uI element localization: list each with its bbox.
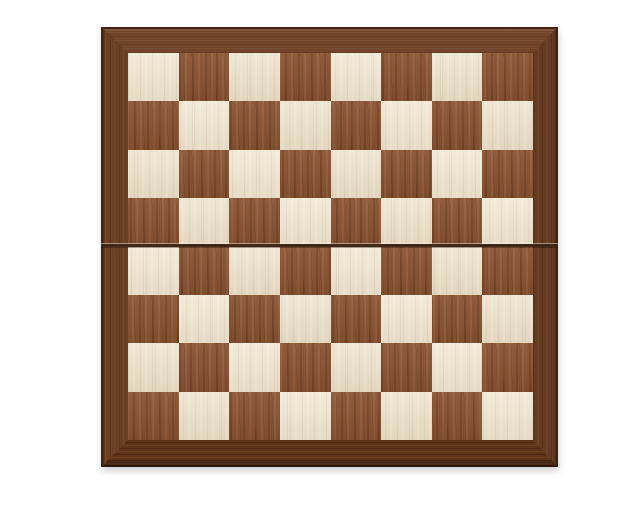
square-h5[interactable] [482,198,533,246]
square-b4[interactable] [179,247,230,295]
square-h1[interactable] [482,392,533,440]
board-squares [128,53,533,440]
square-f2[interactable] [381,343,432,391]
square-g4[interactable] [432,247,483,295]
board-frame-left [101,27,128,467]
square-e8[interactable] [331,53,382,101]
square-a8[interactable] [128,53,179,101]
board-frame-bottom [101,440,558,467]
square-d3[interactable] [280,295,331,343]
square-f6[interactable] [381,150,432,198]
square-b8[interactable] [179,53,230,101]
square-g6[interactable] [432,150,483,198]
square-f1[interactable] [381,392,432,440]
square-c7[interactable] [229,101,280,149]
square-h7[interactable] [482,101,533,149]
square-e2[interactable] [331,343,382,391]
square-b5[interactable] [179,198,230,246]
square-a3[interactable] [128,295,179,343]
square-a1[interactable] [128,392,179,440]
square-f4[interactable] [381,247,432,295]
square-g8[interactable] [432,53,483,101]
square-c6[interactable] [229,150,280,198]
square-h8[interactable] [482,53,533,101]
square-e7[interactable] [331,101,382,149]
square-c2[interactable] [229,343,280,391]
square-e4[interactable] [331,247,382,295]
square-b7[interactable] [179,101,230,149]
square-a2[interactable] [128,343,179,391]
square-f3[interactable] [381,295,432,343]
square-e6[interactable] [331,150,382,198]
square-h2[interactable] [482,343,533,391]
square-g1[interactable] [432,392,483,440]
board-frame-right [533,27,558,467]
square-g7[interactable] [432,101,483,149]
square-d2[interactable] [280,343,331,391]
square-g2[interactable] [432,343,483,391]
square-e5[interactable] [331,198,382,246]
square-h4[interactable] [482,247,533,295]
square-h6[interactable] [482,150,533,198]
square-b2[interactable] [179,343,230,391]
chess-board [101,27,558,467]
square-d6[interactable] [280,150,331,198]
square-a4[interactable] [128,247,179,295]
square-f7[interactable] [381,101,432,149]
square-a6[interactable] [128,150,179,198]
square-d5[interactable] [280,198,331,246]
square-c1[interactable] [229,392,280,440]
square-f5[interactable] [381,198,432,246]
square-g5[interactable] [432,198,483,246]
square-e1[interactable] [331,392,382,440]
square-f8[interactable] [381,53,432,101]
square-d7[interactable] [280,101,331,149]
square-d4[interactable] [280,247,331,295]
square-b1[interactable] [179,392,230,440]
square-a7[interactable] [128,101,179,149]
square-a5[interactable] [128,198,179,246]
square-g3[interactable] [432,295,483,343]
square-c5[interactable] [229,198,280,246]
board-frame-top [101,27,558,53]
product-photo-canvas [0,0,638,517]
square-e3[interactable] [331,295,382,343]
square-c4[interactable] [229,247,280,295]
square-d8[interactable] [280,53,331,101]
square-c8[interactable] [229,53,280,101]
square-d1[interactable] [280,392,331,440]
square-c3[interactable] [229,295,280,343]
square-b6[interactable] [179,150,230,198]
square-b3[interactable] [179,295,230,343]
square-h3[interactable] [482,295,533,343]
